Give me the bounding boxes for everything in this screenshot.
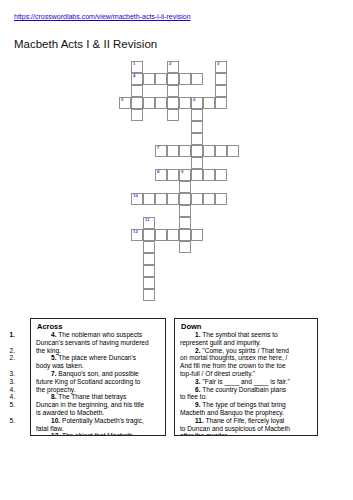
- grid-cell[interactable]: [167, 97, 179, 109]
- grid-cell[interactable]: 9: [179, 169, 191, 181]
- grid-cell[interactable]: [143, 97, 155, 109]
- clue-item: 10. Potentially Macbeth's tragic, fatal …: [36, 417, 162, 433]
- clue-index: 1.: [0, 331, 15, 339]
- grid-cell[interactable]: [155, 229, 167, 241]
- grid-cell[interactable]: [215, 145, 227, 157]
- clue-item: 11. Thane of Fife, fiercely loyal to Dun…: [180, 417, 314, 436]
- grid-cell[interactable]: [131, 109, 143, 121]
- grid-cell[interactable]: [143, 241, 155, 253]
- source-url-link[interactable]: https://crosswordlabs.com/view/macbeth-a…: [14, 13, 191, 20]
- clue-number: 12.: [51, 432, 60, 436]
- grid-cell[interactable]: [191, 169, 203, 181]
- cell-number: 5: [121, 98, 123, 103]
- grid-cell[interactable]: 10: [131, 193, 143, 205]
- clue-text: "Fair is ____ and ____ is fair.": [201, 378, 290, 385]
- grid-cell[interactable]: [179, 193, 191, 205]
- grid-cell[interactable]: [179, 241, 191, 253]
- cell-number: 3: [217, 62, 219, 67]
- cell-number: 1: [133, 62, 135, 67]
- grid-cell[interactable]: [215, 85, 227, 97]
- grid-cell[interactable]: 8: [155, 169, 167, 181]
- clue-index: 4.: [0, 386, 15, 394]
- page: { "game": "crossword", "source": { "url_…: [0, 0, 353, 500]
- grid-cell[interactable]: [227, 145, 239, 157]
- cell-number: 7: [157, 146, 159, 151]
- clue-item: 12. The object that Macbeth: [36, 432, 162, 436]
- clue-text: The object that Macbeth: [60, 432, 132, 436]
- clue-item: 4. The nobleman who suspects Duncan's se…: [36, 331, 162, 354]
- grid-cell[interactable]: [191, 145, 203, 157]
- grid-cell[interactable]: [167, 169, 179, 181]
- grid-cell[interactable]: 5: [119, 97, 131, 109]
- grid-cell[interactable]: [167, 145, 179, 157]
- grid-cell[interactable]: [143, 193, 155, 205]
- clue-index: 3.: [0, 370, 15, 378]
- page-title: Macbeth Acts I & II Revision: [14, 38, 157, 50]
- cell-number: 11: [145, 218, 150, 223]
- grid-cell[interactable]: [191, 73, 203, 85]
- clue-item: 6. The country Donalbain plans to flee t…: [180, 386, 314, 402]
- grid-cell[interactable]: [179, 229, 191, 241]
- grid-cell[interactable]: [191, 193, 203, 205]
- clue-number: 10.: [51, 417, 60, 424]
- clue-index: 2.: [0, 347, 15, 355]
- grid-cell[interactable]: [155, 97, 167, 109]
- grid-cell[interactable]: [179, 145, 191, 157]
- grid-cell[interactable]: [167, 193, 179, 205]
- clue-index: 5.: [0, 401, 15, 409]
- cell-number: 12: [133, 230, 138, 235]
- grid-cell[interactable]: [131, 85, 143, 97]
- grid-cell[interactable]: [191, 157, 203, 169]
- down-box: Down 1. The symbol that seems to represe…: [174, 318, 318, 436]
- grid-cell[interactable]: [191, 133, 203, 145]
- grid-cell[interactable]: 3: [215, 61, 227, 73]
- grid-cell[interactable]: [167, 73, 179, 85]
- clue-item: 8. The Thane that betrays Duncan in the …: [36, 393, 162, 416]
- grid-cell[interactable]: [191, 109, 203, 121]
- grid-cell[interactable]: [215, 169, 227, 181]
- cell-number: 8: [157, 170, 159, 175]
- cell-number: 4: [133, 74, 135, 79]
- down-clue-list: 1. The symbol that seems to represent gu…: [180, 331, 314, 436]
- clue-index: 5.: [0, 417, 15, 425]
- clue-item: 1. The symbol that seems to represent gu…: [180, 331, 314, 347]
- grid-cell[interactable]: [143, 277, 155, 289]
- clue-index: 2.: [0, 354, 15, 362]
- grid-cell[interactable]: [143, 229, 155, 241]
- grid-cell[interactable]: [215, 97, 227, 109]
- clue-item: 5. The place where Duncan's body was tak…: [36, 354, 162, 370]
- grid-cell[interactable]: 12: [131, 229, 143, 241]
- grid-cell[interactable]: 11: [143, 217, 155, 229]
- grid-cell[interactable]: [215, 193, 227, 205]
- grid-cell[interactable]: [143, 253, 155, 265]
- grid-cell[interactable]: [143, 289, 155, 301]
- grid-cell[interactable]: [167, 109, 179, 121]
- grid-cell[interactable]: [179, 73, 191, 85]
- clue-index: 3.: [0, 378, 15, 386]
- cell-number: 10: [133, 194, 138, 199]
- grid-cell[interactable]: [179, 97, 191, 109]
- grid-cell[interactable]: [191, 229, 203, 241]
- grid-cell[interactable]: 6: [191, 97, 203, 109]
- grid-cell[interactable]: [143, 73, 155, 85]
- cell-number: 6: [193, 98, 195, 103]
- across-box: Across 4. The nobleman who suspects Dunc…: [30, 318, 166, 436]
- clue-item: 3. "Fair is ____ and ____ is fair.": [180, 378, 314, 386]
- grid-cell[interactable]: 7: [155, 145, 167, 157]
- clue-item: 2. "Come, you spirits / That tend on mor…: [180, 347, 314, 378]
- grid-cell[interactable]: [179, 205, 191, 217]
- grid-cell[interactable]: [203, 193, 215, 205]
- grid-cell[interactable]: [179, 181, 191, 193]
- clue-index: 4.: [0, 393, 15, 401]
- clue-item: 9. The type of beings that bring Macbeth…: [180, 401, 314, 417]
- down-header: Down: [181, 322, 314, 331]
- grid-cell[interactable]: [203, 169, 215, 181]
- crossword-grid: 123456789101112: [119, 61, 240, 302]
- grid-cell[interactable]: [155, 73, 167, 85]
- grid-cell[interactable]: [143, 265, 155, 277]
- clue-item: 7. Banquo's son, and possible future Kin…: [36, 370, 162, 393]
- grid-cell[interactable]: [155, 193, 167, 205]
- grid-cell[interactable]: 4: [131, 73, 143, 85]
- across-header: Across: [37, 322, 162, 331]
- grid-cell[interactable]: [215, 73, 227, 85]
- grid-cell[interactable]: [131, 97, 143, 109]
- grid-cell[interactable]: [203, 145, 215, 157]
- grid-cell[interactable]: [179, 217, 191, 229]
- grid-cell[interactable]: 1: [131, 61, 143, 73]
- grid-cell[interactable]: [167, 229, 179, 241]
- grid-cell[interactable]: [191, 121, 203, 133]
- grid-cell[interactable]: 2: [167, 61, 179, 73]
- clue-number: 11.: [195, 417, 204, 424]
- across-clue-list: 4. The nobleman who suspects Duncan's se…: [36, 331, 162, 436]
- cell-number: 2: [169, 62, 171, 67]
- cell-number: 9: [181, 170, 183, 175]
- grid-cell[interactable]: [167, 85, 179, 97]
- grid-cell[interactable]: [203, 97, 215, 109]
